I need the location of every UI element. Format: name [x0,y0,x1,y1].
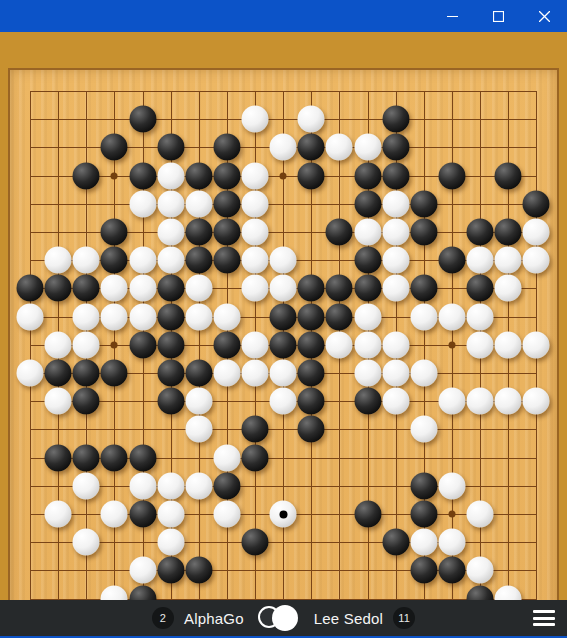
white-stone [270,501,297,528]
black-stone [242,529,269,556]
black-stone [298,331,325,358]
black-stone [157,275,184,302]
hamburger-menu-icon[interactable] [533,610,555,626]
white-stone [410,529,437,556]
white-stone [185,303,212,330]
black-stone [298,416,325,443]
black-stone [213,472,240,499]
white-stone [354,134,381,161]
black-stone [129,106,156,133]
white-stone [129,303,156,330]
white-stone [467,303,494,330]
white-stone [438,472,465,499]
black-stone [101,247,128,274]
black-stone [73,360,100,387]
white-stone [157,190,184,217]
white-stone [45,501,72,528]
black-stone [438,557,465,584]
white-stone [270,134,297,161]
black-stone [326,303,353,330]
white-stone [467,247,494,274]
white-stone [45,331,72,358]
black-stone [129,331,156,358]
white-stone [467,388,494,415]
white-stone [523,219,550,246]
black-stone [101,444,128,471]
white-stone [129,190,156,217]
white-stone [17,360,44,387]
black-stone [45,275,72,302]
black-stone [185,219,212,246]
black-stone [270,303,297,330]
black-stone [101,134,128,161]
white-stone [270,275,297,302]
white-stone [242,247,269,274]
white-stone [523,331,550,358]
black-stone [410,219,437,246]
white-stone [438,529,465,556]
black-stone [213,190,240,217]
white-stone [438,388,465,415]
go-app-window: { "game": "go", "window": { "titlebar_co… [0,0,567,638]
black-stone [129,444,156,471]
black-stone [73,388,100,415]
black-stone [17,275,44,302]
white-stone [242,275,269,302]
black-stone [354,501,381,528]
white-stone [101,275,128,302]
white-stone [213,444,240,471]
minimize-button[interactable] [429,0,475,32]
board-margin [0,32,567,600]
black-stone [157,331,184,358]
black-stone [495,162,522,189]
white-stone [157,529,184,556]
white-stone [185,388,212,415]
white-stone [101,303,128,330]
alphago-capture-badge: 2 [152,607,174,629]
white-stone [17,303,44,330]
black-stone [354,388,381,415]
black-stone [410,190,437,217]
white-stone [410,303,437,330]
white-stone [73,331,100,358]
black-stone [467,219,494,246]
white-stone [326,331,353,358]
white-stone [495,275,522,302]
black-stone [523,190,550,217]
white-stone [213,501,240,528]
black-stone [270,331,297,358]
black-stone [298,134,325,161]
white-stone [129,557,156,584]
star-point [280,172,287,179]
black-stone [410,557,437,584]
black-stone [410,275,437,302]
white-stone [382,331,409,358]
black-stone [242,416,269,443]
white-stone [101,501,128,528]
black-stone [298,275,325,302]
black-stone [157,134,184,161]
white-stone [242,219,269,246]
black-stone [354,247,381,274]
white-stone [354,303,381,330]
white-stone [157,162,184,189]
white-stone [382,247,409,274]
white-stone [467,331,494,358]
white-stone-icon [272,605,298,631]
black-stone [213,219,240,246]
white-stone [438,303,465,330]
black-stone [185,162,212,189]
white-stone [242,190,269,217]
black-stone [45,444,72,471]
white-stone [410,416,437,443]
black-stone [213,247,240,274]
black-stone [354,275,381,302]
white-stone [495,247,522,274]
black-stone [354,190,381,217]
white-stone [129,275,156,302]
white-stone [157,247,184,274]
black-stone [495,219,522,246]
white-stone [242,360,269,387]
white-stone [270,247,297,274]
black-stone [410,501,437,528]
white-stone [382,275,409,302]
white-stone [495,388,522,415]
white-stone [298,106,325,133]
white-stone [354,360,381,387]
maximize-button[interactable] [475,0,521,32]
white-stone [185,472,212,499]
star-point [448,511,455,518]
white-stone [73,529,100,556]
white-stone [185,416,212,443]
white-stone [270,360,297,387]
black-stone [157,303,184,330]
white-stone [213,360,240,387]
star-point [111,341,118,348]
player-name-alphago: AlphaGo [184,610,244,627]
white-stone [185,275,212,302]
black-stone [382,529,409,556]
grid-line-horizontal [30,429,537,430]
black-stone [298,303,325,330]
white-stone [523,247,550,274]
white-stone [354,331,381,358]
white-stone [523,388,550,415]
white-stone [382,190,409,217]
white-stone [382,388,409,415]
black-stone [129,162,156,189]
black-stone [73,444,100,471]
white-stone [213,303,240,330]
black-stone [213,134,240,161]
black-stone [410,472,437,499]
white-stone [270,388,297,415]
black-stone [185,557,212,584]
white-stone [467,557,494,584]
black-stone [242,444,269,471]
black-stone [45,360,72,387]
black-stone [73,275,100,302]
black-stone [157,557,184,584]
white-stone [326,134,353,161]
black-stone [185,360,212,387]
white-stone [382,219,409,246]
white-stone [185,190,212,217]
black-stone [157,388,184,415]
black-stone [185,247,212,274]
white-stone [129,247,156,274]
black-stone [438,247,465,274]
black-stone [326,275,353,302]
black-stone [382,162,409,189]
star-point [448,341,455,348]
star-point [111,172,118,179]
white-stone [73,472,100,499]
black-stone [101,219,128,246]
white-stone [45,388,72,415]
white-stone [129,472,156,499]
black-stone [157,360,184,387]
white-stone [410,360,437,387]
black-stone [298,360,325,387]
player-name-lee-sedol: Lee Sedol [314,610,383,627]
black-stone [213,162,240,189]
white-stone [157,501,184,528]
black-stone [213,331,240,358]
white-stone [73,247,100,274]
black-stone [326,219,353,246]
black-stone [129,501,156,528]
white-stone [382,360,409,387]
lee-sedol-capture-badge: 11 [393,607,415,629]
white-stone [242,162,269,189]
black-stone [382,134,409,161]
black-stone [382,106,409,133]
player-bar: 2 AlphaGo Lee Sedol 11 [0,600,567,636]
white-stone [242,331,269,358]
black-stone [298,162,325,189]
black-stone [73,162,100,189]
white-stone [242,106,269,133]
white-stone [467,501,494,528]
last-move-marker [279,510,287,518]
white-stone [73,303,100,330]
white-stone [495,331,522,358]
color-toggle[interactable] [258,605,300,631]
close-button[interactable] [521,0,567,32]
white-stone [157,472,184,499]
white-stone [354,219,381,246]
title-bar [0,0,567,32]
black-stone [298,388,325,415]
black-stone [438,162,465,189]
go-board[interactable] [8,68,559,624]
white-stone [45,247,72,274]
black-stone [354,162,381,189]
white-stone [157,219,184,246]
black-stone [467,275,494,302]
black-stone [101,360,128,387]
